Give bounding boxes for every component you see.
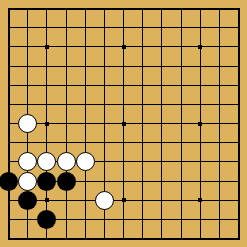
star-point bbox=[122, 122, 126, 126]
star-point bbox=[198, 45, 202, 49]
star-point bbox=[122, 198, 126, 202]
black-stone bbox=[0, 172, 18, 191]
grid-line-vertical-7 bbox=[142, 8, 143, 240]
grid-line-horizontal-1 bbox=[8, 27, 240, 28]
white-stone bbox=[18, 172, 37, 191]
grid-line-horizontal-12 bbox=[8, 238, 240, 240]
black-stone bbox=[37, 172, 56, 191]
star-point bbox=[45, 122, 49, 126]
grid-line-horizontal-3 bbox=[8, 66, 240, 67]
grid-line-vertical-8 bbox=[161, 8, 162, 240]
grid-line-vertical-3 bbox=[66, 8, 67, 240]
star-point bbox=[45, 45, 49, 49]
white-stone bbox=[57, 152, 76, 171]
white-stone bbox=[18, 152, 37, 171]
white-stone bbox=[18, 114, 37, 133]
white-stone bbox=[76, 152, 95, 171]
star-point bbox=[122, 45, 126, 49]
grid-line-horizontal-7 bbox=[8, 142, 240, 143]
grid-line-horizontal-5 bbox=[8, 104, 240, 105]
go-board bbox=[0, 0, 247, 247]
star-point bbox=[45, 198, 49, 202]
grid-line-vertical-9 bbox=[181, 8, 182, 240]
grid-line-horizontal-0 bbox=[8, 8, 240, 10]
grid-line-vertical-11 bbox=[219, 8, 220, 240]
white-stone bbox=[95, 191, 114, 210]
grid-line-vertical-12 bbox=[238, 8, 240, 240]
grid-line-vertical-0 bbox=[8, 8, 10, 240]
grid-line-vertical-4 bbox=[85, 8, 86, 240]
white-stone bbox=[37, 152, 56, 171]
black-stone bbox=[18, 191, 37, 210]
black-stone bbox=[37, 210, 56, 229]
grid-line-horizontal-4 bbox=[8, 85, 240, 86]
star-point bbox=[198, 122, 202, 126]
star-point bbox=[198, 198, 202, 202]
black-stone bbox=[57, 172, 76, 191]
